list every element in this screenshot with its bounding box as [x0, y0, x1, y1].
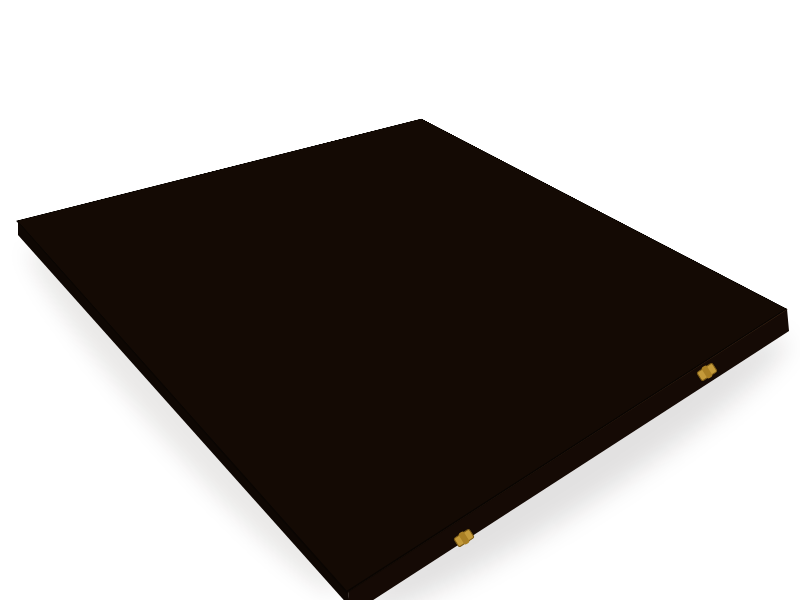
product-photo-scene: [0, 0, 800, 600]
pieces-layer: [0, 0, 800, 600]
